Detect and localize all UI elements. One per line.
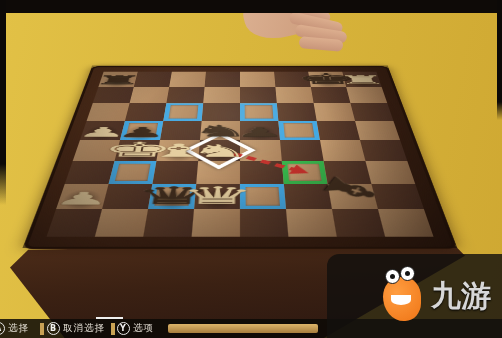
square-h3[interactable] [365, 161, 415, 184]
black-pawn-glyph: ♟ [215, 125, 305, 139]
square-f1[interactable] [286, 209, 337, 237]
hint-select[interactable]: A 选择 [0, 322, 29, 335]
gamepad-a-icon: A [0, 322, 5, 335]
square-h4[interactable] [360, 140, 407, 161]
square-f4[interactable] [280, 140, 324, 161]
square-g3[interactable] [324, 161, 372, 184]
square-f6[interactable] [277, 103, 317, 121]
square-c3[interactable] [152, 161, 198, 184]
square-d8[interactable] [205, 72, 240, 87]
hud-tick-icon [40, 323, 44, 335]
square-f7[interactable] [275, 87, 313, 103]
square-h1[interactable] [378, 209, 434, 237]
hud-timer-bar [168, 324, 318, 333]
square-d2[interactable] [194, 184, 240, 209]
white-rook-glyph: ♜ [321, 74, 403, 86]
square-g1[interactable] [332, 209, 385, 237]
watermark-text: 九游 [431, 276, 491, 317]
square-e7[interactable] [240, 87, 277, 103]
finger [299, 36, 344, 52]
square-h2[interactable] [371, 184, 424, 209]
square-e3[interactable] [240, 161, 284, 184]
square-d6[interactable] [202, 103, 240, 121]
letterbox-right [497, 0, 502, 120]
9game-mascot-icon [383, 269, 423, 323]
gamepad-b-icon: B [47, 322, 60, 335]
square-g2[interactable] [328, 184, 378, 209]
square-g7[interactable] [311, 87, 351, 103]
9game-watermark: 九游 [327, 254, 502, 338]
square-d7[interactable] [203, 87, 240, 103]
square-c1[interactable] [143, 209, 194, 237]
black-pawn-glyph: ♟ [95, 125, 186, 139]
square-g6[interactable] [314, 103, 355, 121]
square-a6[interactable] [87, 103, 130, 121]
square-b3[interactable] [109, 161, 157, 184]
square-a7[interactable] [93, 87, 134, 103]
mascot-eye [400, 266, 415, 281]
square-g4[interactable] [320, 140, 365, 161]
hint-select-label: 选择 [8, 322, 29, 335]
board-grid [46, 72, 433, 237]
letterbox-top [0, 0, 502, 13]
letterbox-left [0, 0, 6, 205]
square-a3[interactable] [65, 161, 115, 184]
square-e2[interactable] [240, 184, 286, 209]
square-e1[interactable] [240, 209, 288, 237]
mascot-smile [391, 295, 411, 305]
square-d3[interactable] [196, 161, 240, 184]
hud-tick-icon [111, 323, 115, 335]
chess-board: ♜♚♜♟♟♞♟♚♝♞♟♛♛♝ [46, 72, 433, 237]
hint-options[interactable]: Y 选项 [117, 322, 154, 335]
square-b1[interactable] [95, 209, 148, 237]
square-c7[interactable] [166, 87, 204, 103]
square-b6[interactable] [125, 103, 166, 121]
square-b7[interactable] [130, 87, 170, 103]
square-c8[interactable] [169, 72, 206, 87]
gamepad-y-icon: Y [117, 322, 130, 335]
piece-black-rook-a8[interactable]: ♜ [98, 72, 137, 87]
square-d1[interactable] [192, 209, 240, 237]
move-highlight-e6[interactable] [240, 103, 278, 121]
hint-options-label: 选项 [133, 322, 154, 335]
square-f3[interactable] [282, 161, 328, 184]
move-highlight-c6[interactable] [163, 103, 203, 121]
square-a1[interactable] [46, 209, 102, 237]
piece-white-rook-h8[interactable]: ♜ [342, 72, 381, 87]
square-b2[interactable] [102, 184, 152, 209]
black-rook-glyph: ♜ [77, 30, 157, 87]
square-a2[interactable] [56, 184, 109, 209]
square-g5[interactable] [317, 121, 360, 140]
piece-black-pawn-e5[interactable]: ♟ [240, 121, 280, 140]
square-c2[interactable] [148, 184, 196, 209]
chess-game-screenshot: { "game": "chess", "position": { "fen": … [0, 0, 502, 338]
square-e8[interactable] [240, 72, 275, 87]
square-h5[interactable] [355, 121, 400, 140]
mascot-eye [385, 269, 400, 284]
hint-cancel-select[interactable]: B 取消选择 [47, 322, 105, 335]
square-f2[interactable] [284, 184, 332, 209]
square-h7[interactable] [346, 87, 387, 103]
hud-divider-line [96, 317, 123, 319]
hint-cancel-label: 取消选择 [63, 322, 105, 335]
square-h6[interactable] [350, 103, 393, 121]
